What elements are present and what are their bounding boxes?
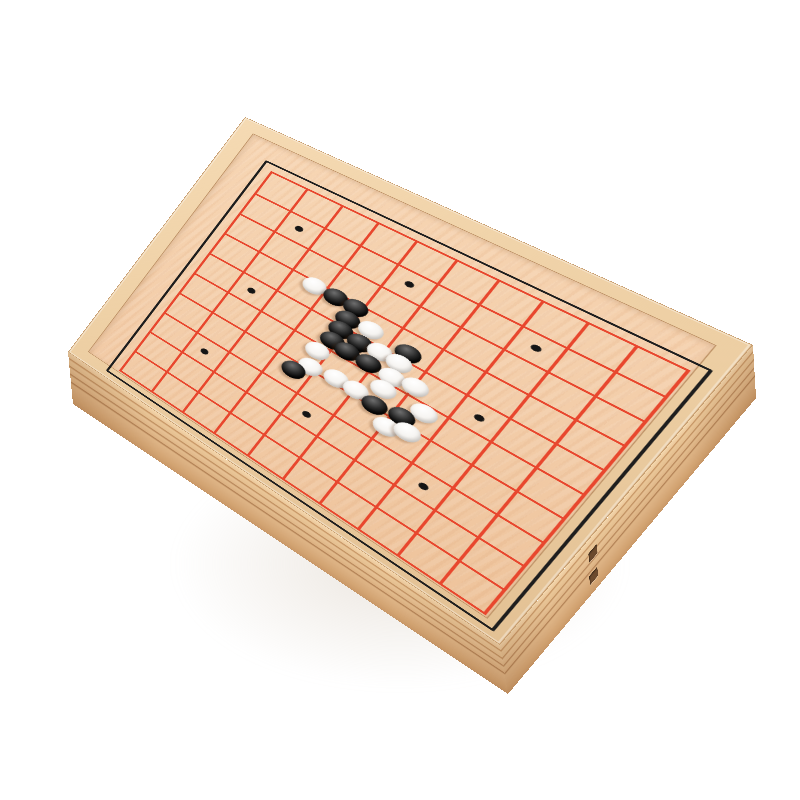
go-board-product-photo <box>0 0 800 800</box>
go-board[interactable] <box>68 117 753 645</box>
